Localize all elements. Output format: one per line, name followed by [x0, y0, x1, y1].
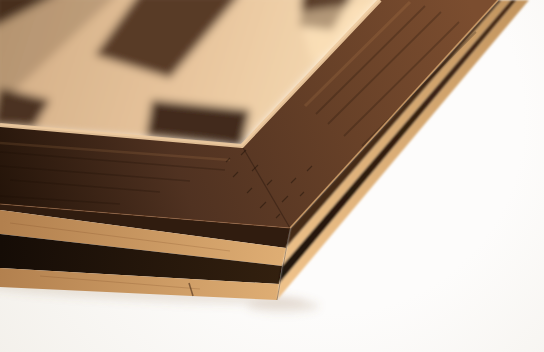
chessboard-corner-photo	[0, 0, 544, 352]
shadow-corner	[247, 299, 319, 313]
board-photo-svg	[0, 0, 544, 352]
